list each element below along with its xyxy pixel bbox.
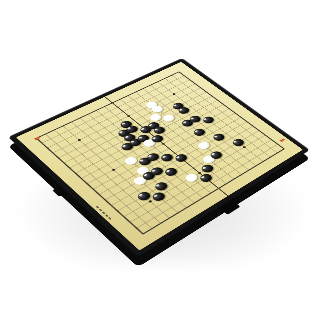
product-photo-scene xyxy=(0,0,320,320)
